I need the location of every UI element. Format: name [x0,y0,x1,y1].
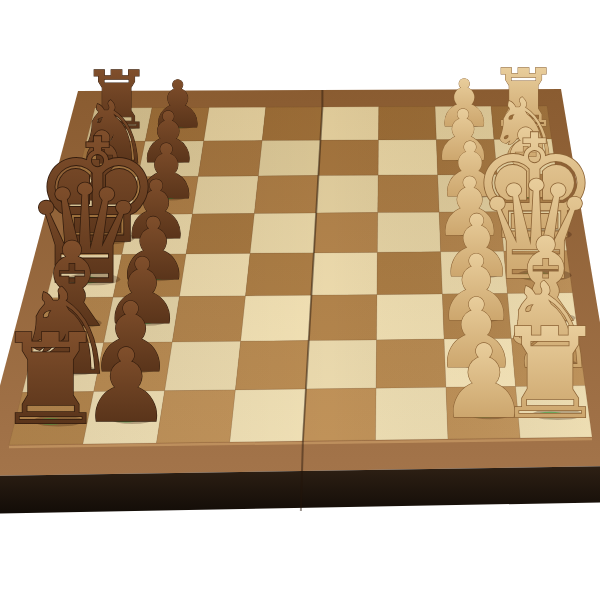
chess-board: ♜♟♟♜♞♟♟♞♝♟♟♝♚♟♟♚♛♟♟♛♝♟♟♝♞♟♟♞♜♟♟♜ [0,0,600,600]
black-rook-a8[interactable]: ♜ [0,307,107,452]
chessboard-photo: ♜♟♟♜♞♟♟♞♝♟♟♝♚♟♟♚♛♟♟♛♝♟♟♝♞♟♟♞♜♟♟♜ [0,0,600,600]
piece-glyph: ♟ [439,323,530,441]
piece-glyph: ♜ [0,307,107,452]
white-pawn-a2[interactable]: ♟ [439,323,530,441]
